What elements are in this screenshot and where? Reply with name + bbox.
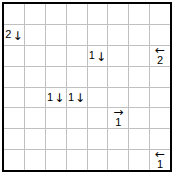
cell-r2c6[interactable]	[129, 46, 149, 66]
cell-r0c4[interactable]	[88, 4, 108, 24]
cell-r2c1[interactable]	[25, 46, 45, 66]
clue-number: 1	[157, 159, 163, 170]
cell-r4c7[interactable]	[150, 88, 170, 108]
clue-cell-r1c0: 2↓	[4, 25, 24, 45]
clue-number: 1	[68, 92, 74, 103]
cell-r6c7[interactable]	[150, 129, 170, 149]
cell-r0c1[interactable]	[25, 4, 45, 24]
cell-r6c0[interactable]	[4, 129, 24, 149]
cell-r1c4[interactable]	[88, 25, 108, 45]
cell-r7c5[interactable]	[108, 150, 128, 170]
cell-r1c5[interactable]	[108, 25, 128, 45]
cell-r3c3[interactable]	[67, 67, 87, 87]
cell-r2c0[interactable]	[4, 46, 24, 66]
clue-cell-r4c2: 1↓	[46, 88, 66, 108]
cell-r5c3[interactable]	[67, 108, 87, 128]
clue-number: 2	[5, 29, 11, 40]
cell-r7c1[interactable]	[25, 150, 45, 170]
clue: 1↓	[89, 50, 106, 62]
cell-r5c4[interactable]	[88, 108, 108, 128]
cell-r0c7[interactable]	[150, 4, 170, 24]
left-arrow-icon: ←	[155, 46, 165, 54]
clue: 2↓	[5, 29, 22, 41]
down-arrow-icon: ↓	[96, 51, 106, 63]
cell-r4c6[interactable]	[129, 88, 149, 108]
cell-r6c4[interactable]	[88, 129, 108, 149]
clue-cell-r2c7: ←2	[150, 46, 170, 66]
clue-number: 1	[115, 117, 121, 128]
cell-r5c1[interactable]	[25, 108, 45, 128]
cell-r1c3[interactable]	[67, 25, 87, 45]
left-arrow-icon: ←	[155, 150, 165, 158]
clue-cell-r5c5: →1	[108, 108, 128, 128]
cell-r0c0[interactable]	[4, 4, 24, 24]
clue-number: 1	[89, 50, 95, 61]
cell-r5c7[interactable]	[150, 108, 170, 128]
cell-r0c6[interactable]	[129, 4, 149, 24]
cell-r3c6[interactable]	[129, 67, 149, 87]
cell-r4c4[interactable]	[88, 88, 108, 108]
clue: 1↓	[47, 91, 64, 103]
cell-r3c4[interactable]	[88, 67, 108, 87]
cell-r7c4[interactable]	[88, 150, 108, 170]
clue: ←1	[155, 150, 165, 170]
down-arrow-icon: ↓	[75, 92, 85, 104]
clue-number: 2	[157, 55, 163, 66]
cell-r6c6[interactable]	[129, 129, 149, 149]
cell-r3c1[interactable]	[25, 67, 45, 87]
down-arrow-icon: ↓	[12, 30, 22, 42]
clue-cell-r7c7: ←1	[150, 150, 170, 170]
cell-r3c5[interactable]	[108, 67, 128, 87]
cell-r7c0[interactable]	[4, 150, 24, 170]
cell-r4c5[interactable]	[108, 88, 128, 108]
cell-r6c3[interactable]	[67, 129, 87, 149]
cell-r1c6[interactable]	[129, 25, 149, 45]
cell-r2c5[interactable]	[108, 46, 128, 66]
cell-r2c3[interactable]	[67, 46, 87, 66]
puzzle-board: 2↓1↓←21↓1↓→1←1	[2, 2, 172, 172]
cell-r7c2[interactable]	[46, 150, 66, 170]
clue-cell-r2c4: 1↓	[88, 46, 108, 66]
cell-r6c1[interactable]	[25, 129, 45, 149]
cell-r5c2[interactable]	[46, 108, 66, 128]
cell-r3c0[interactable]	[4, 67, 24, 87]
cell-r0c5[interactable]	[108, 4, 128, 24]
clue: →1	[113, 108, 123, 128]
down-arrow-icon: ↓	[54, 92, 64, 104]
cell-r2c2[interactable]	[46, 46, 66, 66]
cell-r1c1[interactable]	[25, 25, 45, 45]
cell-r3c7[interactable]	[150, 67, 170, 87]
cell-r1c2[interactable]	[46, 25, 66, 45]
cell-r5c6[interactable]	[129, 108, 149, 128]
clue: 1↓	[68, 91, 85, 103]
cell-r4c1[interactable]	[25, 88, 45, 108]
cell-r6c2[interactable]	[46, 129, 66, 149]
cell-r5c0[interactable]	[4, 108, 24, 128]
cell-r3c2[interactable]	[46, 67, 66, 87]
cell-r7c3[interactable]	[67, 150, 87, 170]
cell-r6c5[interactable]	[108, 129, 128, 149]
clue-number: 1	[47, 92, 53, 103]
cell-r4c0[interactable]	[4, 88, 24, 108]
cell-r1c7[interactable]	[150, 25, 170, 45]
cell-r7c6[interactable]	[129, 150, 149, 170]
cell-r0c2[interactable]	[46, 4, 66, 24]
clue-cell-r4c3: 1↓	[67, 88, 87, 108]
cell-r0c3[interactable]	[67, 4, 87, 24]
clue: ←2	[155, 46, 165, 66]
right-arrow-icon: →	[113, 108, 123, 116]
